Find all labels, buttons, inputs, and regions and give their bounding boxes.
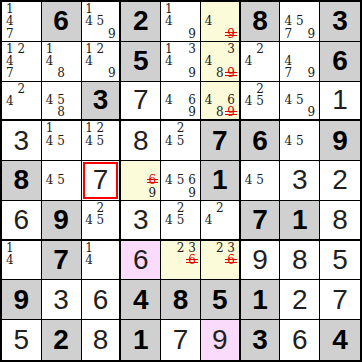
- eliminated-candidate-9: 9: [225, 67, 236, 79]
- cell-value: 5: [14, 326, 30, 354]
- pencil-marks: 245: [82, 201, 120, 239]
- candidate-4: 4: [203, 214, 214, 226]
- cell-r4c1[interactable]: 3: [2, 121, 42, 161]
- cell-value: 7: [332, 286, 348, 314]
- candidate-7: 7: [4, 67, 16, 79]
- candidate-5: 5: [294, 15, 306, 27]
- cell-value: 9: [53, 206, 69, 234]
- cell-value: 3: [14, 127, 30, 155]
- candidate-2: 2: [175, 242, 187, 254]
- cell-r5c1[interactable]: 8: [2, 161, 42, 201]
- candidate-5: 5: [294, 135, 306, 147]
- cell-r8c2[interactable]: 3: [42, 280, 82, 320]
- pencil-marks: 45: [280, 121, 319, 160]
- pencil-marks: 4579: [280, 2, 319, 41]
- cell-r3c8[interactable]: 459: [280, 82, 320, 122]
- cell-r1c2[interactable]: 6: [42, 2, 82, 42]
- cell-r8c8[interactable]: 2: [280, 280, 320, 320]
- cell-r1c6[interactable]: 49: [201, 2, 241, 42]
- candidate-9: 9: [106, 67, 117, 79]
- cell-value: 7: [252, 206, 268, 234]
- cell-value: 7: [173, 326, 189, 354]
- candidate-5: 5: [55, 135, 67, 147]
- candidate-4: 4: [203, 55, 214, 67]
- pencil-marks: 3489: [201, 42, 239, 81]
- cell-r5c3[interactable]: 7: [82, 161, 122, 201]
- cell-r9c6[interactable]: 9: [201, 320, 241, 360]
- cell-value: 4: [332, 326, 348, 354]
- pencil-marks: 24: [241, 42, 280, 81]
- candidate-4: 4: [243, 55, 255, 67]
- pencil-marks: 14: [2, 241, 41, 280]
- pencil-marks: 1249: [82, 42, 120, 81]
- cell-value: 7: [93, 166, 109, 194]
- candidate-7: 7: [282, 67, 294, 79]
- cell-r6c9[interactable]: 8: [320, 201, 360, 241]
- pencil-marks: 149: [161, 2, 200, 41]
- candidate-2: 2: [95, 122, 106, 134]
- cell-r5c8[interactable]: 3: [280, 161, 320, 201]
- candidate-8: 8: [214, 106, 225, 118]
- cell-r3c1[interactable]: 24: [2, 82, 42, 122]
- pencil-marks: 245: [161, 121, 200, 160]
- candidate-5: 5: [254, 95, 266, 107]
- candidate-9: 9: [186, 67, 198, 79]
- candidate-4: 4: [84, 15, 95, 27]
- cell-r3c2[interactable]: 458: [42, 82, 82, 122]
- candidate-4: 4: [163, 135, 175, 147]
- cell-r1c9[interactable]: 3: [320, 2, 360, 42]
- cell-r4c7[interactable]: 6: [241, 121, 281, 161]
- candidate-5: 5: [95, 214, 106, 226]
- cell-value: 5: [133, 47, 149, 75]
- candidate-4: 4: [84, 55, 95, 67]
- cell-r9c5[interactable]: 7: [161, 320, 201, 360]
- pencil-marks: 245: [161, 201, 200, 239]
- candidate-9: 9: [306, 106, 318, 118]
- candidate-5: 5: [55, 174, 67, 186]
- cell-r9c9[interactable]: 4: [320, 320, 360, 360]
- cell-r6c3[interactable]: 245: [82, 201, 122, 241]
- candidate-4: 4: [84, 135, 95, 147]
- pencil-marks: 1247: [2, 42, 41, 81]
- cell-r9c8[interactable]: 6: [280, 320, 320, 360]
- cell-r2c7[interactable]: 24: [241, 42, 281, 82]
- cell-r6c1[interactable]: 6: [2, 201, 42, 241]
- cell-r8c7[interactable]: 1: [241, 280, 281, 320]
- cell-value: 1: [292, 206, 308, 234]
- candidate-4: 4: [4, 95, 16, 107]
- pencil-marks: 45: [241, 161, 280, 200]
- pencil-marks: 458: [42, 82, 81, 120]
- pencil-marks: 4689: [201, 82, 239, 120]
- cell-r2c9[interactable]: 6: [320, 42, 360, 82]
- candidate-4: 4: [282, 15, 294, 27]
- cell-r7c3[interactable]: 14: [82, 241, 122, 281]
- cell-value: 1: [252, 286, 268, 314]
- cell-r3c7[interactable]: 245: [241, 82, 281, 122]
- cell-r7c7[interactable]: 9: [241, 241, 281, 281]
- cell-value: 3: [252, 326, 268, 354]
- cell-r1c1[interactable]: 147: [2, 2, 42, 42]
- cell-r7c2[interactable]: 7: [42, 241, 82, 281]
- cell-r6c8[interactable]: 1: [280, 201, 320, 241]
- eliminated-candidate-6: 6: [225, 254, 236, 266]
- pencil-marks: 245: [241, 82, 280, 120]
- cell-value: 8: [173, 286, 189, 314]
- candidate-2: 2: [16, 83, 28, 95]
- candidate-5: 5: [95, 15, 106, 27]
- pencil-marks: 145: [42, 121, 81, 160]
- eliminated-candidate-6: 6: [186, 254, 198, 266]
- cell-r4c6[interactable]: 7: [201, 121, 241, 161]
- candidate-6: 6: [186, 174, 198, 186]
- cell-value: 1: [212, 166, 228, 194]
- cell-value: 6: [252, 127, 268, 155]
- cell-value: 3: [53, 286, 69, 314]
- cell-value: 6: [292, 326, 308, 354]
- candidate-4: 4: [84, 254, 95, 266]
- cell-value: 7: [53, 246, 69, 274]
- eliminated-candidate-6: 6: [147, 174, 159, 186]
- cell-r7c4[interactable]: 6: [121, 241, 161, 281]
- cell-value: 8: [14, 166, 30, 194]
- cell-value: 3: [332, 7, 348, 35]
- candidate-1: 1: [84, 122, 95, 134]
- pencil-marks: 1349: [161, 42, 200, 81]
- candidate-2: 2: [95, 43, 106, 55]
- candidate-4: 4: [203, 15, 214, 27]
- candidate-2: 2: [16, 43, 28, 55]
- cell-r8c3[interactable]: 6: [82, 280, 122, 320]
- cell-r8c6[interactable]: 5: [201, 280, 241, 320]
- cell-value: 5: [212, 286, 228, 314]
- pencil-marks: 24: [201, 201, 239, 239]
- cell-r2c5[interactable]: 1349: [161, 42, 201, 82]
- cell-r2c3[interactable]: 1249: [82, 42, 122, 82]
- cell-value: 6: [53, 7, 69, 35]
- candidate-9: 9: [306, 28, 318, 40]
- cell-value: 2: [332, 166, 348, 194]
- cell-r1c5[interactable]: 149: [161, 2, 201, 42]
- candidate-4: 4: [163, 174, 175, 186]
- cell-value: 1: [133, 326, 149, 354]
- candidate-4: 4: [4, 254, 16, 266]
- candidate-4: 4: [4, 15, 16, 27]
- candidate-2: 2: [254, 83, 266, 95]
- cell-r2c6[interactable]: 3489: [201, 42, 241, 82]
- pencil-marks: 236: [161, 241, 200, 280]
- candidate-2: 2: [254, 43, 266, 55]
- candidate-2: 2: [175, 122, 187, 134]
- cell-r6c6[interactable]: 24: [201, 201, 241, 241]
- cell-value: 8: [332, 206, 348, 234]
- candidate-4: 4: [163, 55, 175, 67]
- candidate-4: 4: [243, 174, 255, 186]
- candidate-9: 9: [186, 28, 198, 40]
- candidate-9: 9: [147, 187, 159, 199]
- candidate-5: 5: [95, 135, 106, 147]
- cell-r2c2[interactable]: 148: [42, 42, 82, 82]
- cell-r4c3[interactable]: 1245: [82, 121, 122, 161]
- cell-value: 9: [332, 127, 348, 155]
- cell-r6c2[interactable]: 9: [42, 201, 82, 241]
- cell-value: 8: [252, 7, 268, 35]
- cell-value: 9: [252, 246, 268, 274]
- cell-r6c7[interactable]: 7: [241, 201, 281, 241]
- cell-r7c9[interactable]: 5: [320, 241, 360, 281]
- pencil-marks: 49: [201, 2, 239, 41]
- pencil-marks: 469: [161, 82, 200, 120]
- cell-r8c9[interactable]: 7: [320, 280, 360, 320]
- sudoku-board: 1476145921494984579312471481249513493489…: [0, 0, 362, 362]
- cell-r3c4[interactable]: 7: [121, 82, 161, 122]
- candidate-4: 4: [44, 174, 56, 186]
- cell-r3c6[interactable]: 4689: [201, 82, 241, 122]
- candidate-9: 9: [106, 28, 117, 40]
- pencil-marks: 459: [280, 82, 319, 120]
- cell-value: 8: [93, 326, 109, 354]
- cell-value: 4: [133, 286, 149, 314]
- pencil-marks: 147: [2, 2, 41, 41]
- candidate-2: 2: [214, 202, 225, 214]
- cell-r2c8[interactable]: 479: [280, 42, 320, 82]
- candidate-8: 8: [214, 67, 225, 79]
- candidate-4: 4: [84, 214, 95, 226]
- cell-r4c9[interactable]: 9: [320, 121, 360, 161]
- cell-value: 3: [292, 166, 308, 194]
- cell-value: 2: [53, 326, 69, 354]
- cell-r3c9[interactable]: 1: [320, 82, 360, 122]
- pencil-marks: 4569: [161, 161, 200, 200]
- cell-r5c2[interactable]: 45: [42, 161, 82, 201]
- candidate-4: 4: [282, 135, 294, 147]
- cell-value: 6: [133, 246, 149, 274]
- cell-r5c6[interactable]: 1: [201, 161, 241, 201]
- candidate-4: 4: [163, 214, 175, 226]
- cell-value: 9: [14, 286, 30, 314]
- cell-value: 6: [93, 286, 109, 314]
- cell-value: 2: [292, 286, 308, 314]
- cell-r4c4[interactable]: 8: [121, 121, 161, 161]
- cell-value: 1: [332, 86, 348, 114]
- pencil-marks: 236: [201, 241, 239, 280]
- pencil-marks: 479: [280, 42, 319, 81]
- cell-r7c8[interactable]: 8: [280, 241, 320, 281]
- cell-value: 6: [14, 206, 30, 234]
- cell-r4c5[interactable]: 245: [161, 121, 201, 161]
- candidate-4: 4: [163, 94, 175, 106]
- cell-r5c9[interactable]: 2: [320, 161, 360, 201]
- cell-r3c5[interactable]: 469: [161, 82, 201, 122]
- candidate-5: 5: [175, 135, 187, 147]
- cell-r5c4[interactable]: 96: [121, 161, 161, 201]
- cell-r1c4[interactable]: 2: [121, 2, 161, 42]
- candidate-4: 4: [282, 94, 294, 106]
- cell-value: 2: [133, 7, 149, 35]
- cell-r9c7[interactable]: 3: [241, 320, 281, 360]
- cell-r2c4[interactable]: 5: [121, 42, 161, 82]
- cell-r3c3[interactable]: 3: [82, 82, 122, 122]
- cell-r4c2[interactable]: 145: [42, 121, 82, 161]
- candidate-8: 8: [55, 67, 67, 79]
- pencil-marks: 148: [42, 42, 81, 81]
- pencil-marks: 1459: [82, 2, 120, 41]
- cell-r6c5[interactable]: 245: [161, 201, 201, 241]
- cell-r1c8[interactable]: 4579: [280, 2, 320, 42]
- candidate-7: 7: [4, 28, 16, 40]
- candidate-9: 9: [306, 67, 318, 79]
- cell-r8c1[interactable]: 9: [2, 280, 42, 320]
- pencil-marks: 24: [2, 82, 41, 120]
- cell-value: 9: [212, 326, 228, 354]
- pencil-marks: 45: [42, 161, 81, 200]
- candidate-3: 3: [186, 43, 198, 55]
- cell-value: 6: [332, 47, 348, 75]
- cell-r8c4[interactable]: 4: [121, 280, 161, 320]
- cell-r5c5[interactable]: 4569: [161, 161, 201, 201]
- pencil-marks: 96: [121, 161, 160, 200]
- cell-r9c4[interactable]: 1: [121, 320, 161, 360]
- cell-r6c4[interactable]: 3: [121, 201, 161, 241]
- cell-value: 3: [133, 206, 149, 234]
- cell-r1c7[interactable]: 8: [241, 2, 281, 42]
- cell-r8c5[interactable]: 8: [161, 280, 201, 320]
- candidate-4: 4: [163, 15, 175, 27]
- eliminated-candidate-9: 9: [225, 28, 236, 40]
- candidate-5: 5: [254, 174, 266, 186]
- candidate-8: 8: [55, 106, 67, 118]
- cell-r9c3[interactable]: 8: [82, 320, 122, 360]
- cell-r2c1[interactable]: 1247: [2, 42, 42, 82]
- cell-value: 8: [292, 246, 308, 274]
- candidate-5: 5: [294, 94, 306, 106]
- candidate-3: 3: [225, 43, 236, 55]
- candidate-4: 4: [44, 55, 56, 67]
- cell-value: 5: [332, 246, 348, 274]
- candidate-4: 4: [44, 94, 56, 106]
- cell-r7c6[interactable]: 236: [201, 241, 241, 281]
- cell-r1c3[interactable]: 1459: [82, 2, 122, 42]
- cell-r7c1[interactable]: 14: [2, 241, 42, 281]
- candidate-9: 9: [186, 106, 198, 118]
- candidate-5: 5: [175, 214, 187, 226]
- cell-r9c2[interactable]: 2: [42, 320, 82, 360]
- candidate-9: 9: [186, 187, 198, 199]
- candidate-4: 4: [203, 94, 214, 106]
- candidate-2: 2: [214, 242, 225, 254]
- cell-value: 8: [133, 127, 149, 155]
- cell-r9c1[interactable]: 5: [2, 320, 42, 360]
- cell-r7c5[interactable]: 236: [161, 241, 201, 281]
- cell-value: 7: [212, 127, 228, 155]
- pencil-marks: 14: [82, 241, 120, 280]
- cell-r4c8[interactable]: 45: [280, 121, 320, 161]
- candidate-5: 5: [175, 174, 187, 186]
- cell-value: 3: [93, 86, 109, 114]
- candidate-4: 4: [44, 135, 56, 147]
- cell-value: 7: [133, 86, 149, 114]
- candidate-4: 4: [243, 95, 255, 107]
- cell-r5c7[interactable]: 45: [241, 161, 281, 201]
- eliminated-candidate-9: 9: [225, 106, 236, 118]
- candidate-1: 1: [44, 122, 56, 134]
- pencil-marks: 1245: [82, 121, 120, 160]
- candidate-7: 7: [282, 28, 294, 40]
